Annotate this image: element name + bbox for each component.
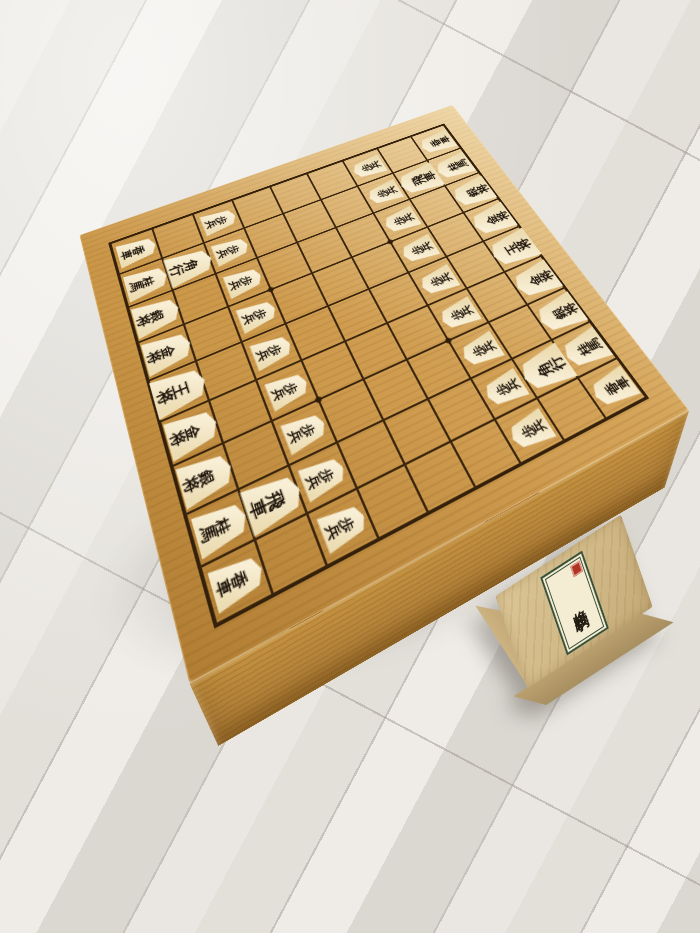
board-cell <box>318 379 383 442</box>
board-cell <box>209 380 272 443</box>
piece-gote-pawn[interactable]: 歩兵 <box>504 407 557 455</box>
piece-sente-pawn[interactable]: 歩兵 <box>264 368 312 412</box>
board-cell <box>337 420 405 488</box>
piece-gote-bishop[interactable]: 角行 <box>514 341 578 396</box>
piece-box-label-text: 将棋駒 <box>566 595 584 611</box>
board-cell <box>407 341 471 399</box>
piece-sente-silver[interactable]: 銀将 <box>176 447 238 511</box>
board-cell <box>363 360 427 421</box>
board-cell <box>256 360 318 421</box>
board-cell <box>307 488 379 566</box>
board-cell <box>495 398 565 463</box>
piece-sente-pawn[interactable]: 歩兵 <box>249 331 295 372</box>
board-cell <box>383 399 450 465</box>
board-cell <box>138 324 196 380</box>
board-cell <box>357 464 428 538</box>
board-cell <box>242 324 302 380</box>
board-cell <box>172 443 238 514</box>
board-cell <box>223 421 289 489</box>
board-cell <box>255 514 327 595</box>
board-cell <box>471 359 537 420</box>
board-cell <box>537 378 606 441</box>
star-point <box>444 337 452 344</box>
piece-gote-knight[interactable]: 桂馬 <box>557 326 614 373</box>
piece-gote-lance[interactable]: 香車 <box>585 364 640 411</box>
board-cell <box>272 400 337 466</box>
piece-sente-knight[interactable]: 桂馬 <box>191 495 252 560</box>
board-cell <box>405 441 476 512</box>
board-cell <box>552 322 617 378</box>
piece-gote-pawn[interactable]: 歩兵 <box>480 367 530 411</box>
piece-sente-pawn[interactable]: 歩兵 <box>280 408 330 456</box>
board-cell <box>512 340 578 398</box>
board-cell <box>451 419 521 487</box>
board-cell <box>345 323 407 379</box>
piece-sente-pawn[interactable]: 歩兵 <box>316 499 371 555</box>
board-cell <box>160 400 223 466</box>
board-cell <box>428 378 495 441</box>
board-cell <box>578 358 646 418</box>
board-cell <box>301 341 363 399</box>
piece-sente-rook[interactable]: 飛車 <box>240 467 308 538</box>
board-cell <box>200 540 273 625</box>
piece-sente-king[interactable]: 王将 <box>149 362 211 421</box>
piece-sente-gold[interactable]: 金将 <box>141 327 195 378</box>
piece-box[interactable]: 将棋駒 <box>498 545 678 690</box>
board-cell <box>238 465 307 539</box>
board-cell <box>196 342 256 401</box>
red-seal-stamp <box>570 560 583 577</box>
piece-sente-gold[interactable]: 金将 <box>163 404 222 463</box>
piece-box-label: 将棋駒 <box>540 550 609 655</box>
piece-gote-pawn[interactable]: 歩兵 <box>457 330 505 371</box>
star-point <box>314 396 322 404</box>
piece-sente-lance[interactable]: 香車 <box>207 549 268 615</box>
board-3d-scene: 香車桂馬銀将金将玉将金将銀将桂馬香車飛車角行歩兵歩兵歩兵歩兵歩兵歩兵歩兵歩兵歩兵… <box>0 0 700 933</box>
board-cell <box>289 442 357 513</box>
piece-sente-pawn[interactable]: 歩兵 <box>298 452 351 504</box>
board-cell <box>448 322 512 378</box>
board-cell <box>186 489 255 567</box>
board-cell <box>149 361 209 422</box>
photo-scene: 香車桂馬銀将金将玉将金将銀将桂馬香車飛車角行歩兵歩兵歩兵歩兵歩兵歩兵歩兵歩兵歩兵… <box>0 0 700 933</box>
